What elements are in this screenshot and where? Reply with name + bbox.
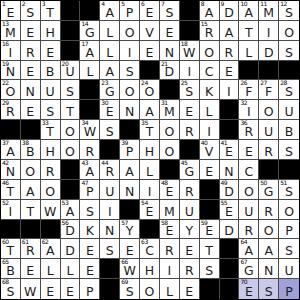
grid-cell-r11c13[interactable]: U (239, 200, 259, 220)
grid-cell-r8c3[interactable]: H (41, 140, 61, 160)
black-cell (120, 200, 140, 220)
grid-cell-r6c14[interactable]: O (259, 100, 279, 120)
grid-cell-r2c13[interactable]: T (239, 21, 259, 41)
cell-letter: U (279, 105, 299, 118)
grid-cell-r7c4[interactable]: O (61, 120, 81, 140)
cell-letter: E (21, 26, 40, 39)
cell-letter: T (41, 125, 60, 138)
black-cell (61, 21, 81, 41)
cell-letter: T (41, 6, 60, 19)
grid-cell-r13c2[interactable]: 61R (21, 239, 41, 259)
grid-cell-r2c15[interactable]: O (279, 21, 299, 41)
cell-letter: D (220, 6, 239, 19)
cell-letter: E (61, 285, 80, 298)
cell-letter: W (120, 264, 139, 277)
grid-cell-r6c11[interactable]: L (200, 100, 220, 120)
cell-letter: T (61, 105, 80, 118)
black-cell (220, 239, 240, 259)
grid-cell-r10c10[interactable]: R (180, 180, 200, 200)
grid-cell-r12c7[interactable]: 57Y (120, 220, 140, 240)
cell-letter: O (61, 125, 80, 138)
grid-cell-r7c8[interactable]: 35T (140, 120, 160, 140)
cell-letter: E (1, 6, 20, 19)
grid-cell-r1c14[interactable]: 11M (259, 1, 279, 21)
grid-cell-r5c11[interactable]: K (200, 80, 220, 100)
cell-letter: S (279, 244, 299, 257)
grid-cell-r14c11[interactable]: S (200, 259, 220, 279)
grid-cell-r10c1[interactable]: 46T (1, 180, 21, 200)
grid-cell-r11c8[interactable]: 54E (140, 200, 160, 220)
cell-letter: O (41, 185, 60, 198)
black-cell (21, 120, 41, 140)
grid-cell-r2c7[interactable]: O (120, 21, 140, 41)
cell-letter: E (160, 185, 179, 198)
black-cell (259, 160, 279, 180)
grid-cell-r12c15[interactable]: P (279, 220, 299, 240)
grid-cell-r8c4[interactable]: O (61, 140, 81, 160)
cell-letter: P (120, 6, 139, 19)
cell-letter: I (160, 264, 179, 277)
cell-letter: O (259, 224, 278, 237)
grid-cell-r3c9[interactable]: N (160, 41, 180, 61)
cell-letter: S (120, 285, 139, 298)
grid-cell-r2c2[interactable]: E (21, 21, 41, 41)
cell-letter: L (100, 46, 119, 59)
grid-cell-r4c3[interactable]: B (41, 61, 61, 81)
grid-cell-r15c10[interactable]: E (180, 279, 200, 299)
cell-letter: E (200, 165, 219, 178)
cell-letter: R (239, 224, 258, 237)
cell-letter: D (61, 244, 80, 257)
grid-cell-r11c3[interactable]: W (41, 200, 61, 220)
grid-cell-r9c6[interactable]: 44R (100, 160, 120, 180)
cell-letter: E (239, 145, 258, 158)
grid-cell-r13c10[interactable]: E (180, 239, 200, 259)
grid-cell-r15c15[interactable]: P (279, 279, 299, 299)
grid-cell-r12c12[interactable]: D (220, 220, 240, 240)
cell-letter: S (160, 6, 179, 19)
grid-cell-r7c3[interactable]: 33T (41, 120, 61, 140)
grid-cell-r12c10[interactable]: Y (180, 220, 200, 240)
cell-letter: A (80, 165, 99, 178)
grid-cell-r8c15[interactable]: S (279, 140, 299, 160)
cell-letter: O (120, 85, 139, 98)
grid-cell-r11c2[interactable]: T (21, 200, 41, 220)
cell-letter: P (279, 285, 299, 298)
cell-letter: S (100, 125, 119, 138)
grid-cell-r7c13[interactable]: 36R (239, 120, 259, 140)
grid-cell-r13c5[interactable]: E (80, 239, 100, 259)
grid-cell-r13c3[interactable]: 62A (41, 239, 61, 259)
grid-cell-r6c3[interactable]: S (41, 100, 61, 120)
cell-letter: O (259, 105, 278, 118)
grid-cell-r3c7[interactable]: I (120, 41, 140, 61)
grid-cell-r12c4[interactable]: 56D (61, 220, 81, 240)
grid-cell-r5c3[interactable]: U (41, 80, 61, 100)
grid-cell-r6c10[interactable]: E (180, 100, 200, 120)
grid-cell-r7c9[interactable]: O (160, 120, 180, 140)
grid-cell-r7c14[interactable]: U (259, 120, 279, 140)
cell-letter: G (80, 26, 99, 39)
grid-cell-r10c6[interactable]: U (100, 180, 120, 200)
cell-letter: B (1, 264, 20, 277)
grid-cell-r9c13[interactable]: C (239, 160, 259, 180)
cell-letter: H (140, 145, 159, 158)
grid-cell-r1c3[interactable]: 3T (41, 1, 61, 21)
grid-cell-r13c11[interactable]: T (200, 239, 220, 259)
cell-letter: B (41, 65, 60, 78)
cell-letter: L (100, 26, 119, 39)
cell-letter: B (279, 125, 299, 138)
grid-cell-r8c2[interactable]: 38B (21, 140, 41, 160)
grid-cell-r13c4[interactable]: D (61, 239, 81, 259)
grid-cell-r7c6[interactable]: S (100, 120, 120, 140)
cell-letter: T (21, 205, 40, 218)
grid-cell-r14c2[interactable]: E (21, 259, 41, 279)
grid-cell-r15c1[interactable]: 68S (1, 279, 21, 299)
grid-cell-r14c8[interactable]: H (140, 259, 160, 279)
grid-cell-r11c15[interactable]: O (279, 200, 299, 220)
grid-cell-r1c1[interactable]: 1E (1, 1, 21, 21)
cell-letter: E (160, 26, 179, 39)
cell-letter: A (100, 6, 119, 19)
black-cell (220, 100, 240, 120)
cell-letter: D (160, 65, 179, 78)
grid-cell-r6c6[interactable]: 30E (100, 100, 120, 120)
cell-letter: R (1, 105, 20, 118)
grid-cell-r5c15[interactable]: 28S (279, 80, 299, 100)
grid-cell-r6c4[interactable]: T (61, 100, 81, 120)
grid-cell-r12c11[interactable]: 59E (200, 220, 220, 240)
grid-cell-r9c8[interactable]: L (140, 160, 160, 180)
cell-letter: I (1, 205, 20, 218)
grid-cell-r8c12[interactable]: 41E (220, 140, 240, 160)
grid-cell-r2c11[interactable]: 15R (200, 21, 220, 41)
cell-letter: E (220, 65, 239, 78)
black-cell (180, 1, 200, 21)
grid-cell-r10c12[interactable]: 49D (220, 180, 240, 200)
grid-cell-r1c8[interactable]: 6E (140, 1, 160, 21)
grid-cell-r2c6[interactable]: L (100, 21, 120, 41)
black-cell (279, 61, 299, 81)
cell-letter: D (220, 185, 239, 198)
cell-letter: A (21, 185, 40, 198)
grid-cell-r1c6[interactable]: 4A (100, 1, 120, 21)
cell-letter: S (41, 105, 60, 118)
cell-letter: P (279, 224, 299, 237)
grid-cell-r15c13[interactable]: 70E (239, 279, 259, 299)
grid-cell-r13c8[interactable]: 63C (140, 239, 160, 259)
grid-cell-r15c4[interactable]: E (61, 279, 81, 299)
cell-letter: G (180, 165, 199, 178)
grid-cell-r9c11[interactable]: E (200, 160, 220, 180)
grid-cell-r12c6[interactable]: N (100, 220, 120, 240)
grid-cell-r2c3[interactable]: H (41, 21, 61, 41)
grid-cell-r6c13[interactable]: 32I (239, 100, 259, 120)
cell-letter: L (61, 264, 80, 277)
grid-cell-r6c9[interactable]: 31M (160, 100, 180, 120)
cell-letter: M (1, 26, 20, 39)
cell-letter: E (180, 244, 199, 257)
grid-cell-r1c13[interactable]: 10A (239, 1, 259, 21)
cell-letter: E (41, 285, 60, 298)
grid-cell-r5c10[interactable]: 25S (180, 80, 200, 100)
grid-cell-r3c5[interactable]: 17A (80, 41, 100, 61)
grid-cell-r13c15[interactable]: S (279, 239, 299, 259)
grid-cell-r10c2[interactable]: A (21, 180, 41, 200)
grid-cell-r3c11[interactable]: O (200, 41, 220, 61)
cell-letter: A (220, 26, 239, 39)
grid-cell-r8c8[interactable]: H (140, 140, 160, 160)
grid-cell-r6c1[interactable]: 29R (1, 100, 21, 120)
grid-cell-r15c2[interactable]: W (21, 279, 41, 299)
cell-letter: C (200, 65, 219, 78)
grid-cell-r13c14[interactable]: A (259, 239, 279, 259)
grid-cell-r15c3[interactable]: E (41, 279, 61, 299)
black-cell (220, 120, 240, 140)
grid-cell-r5c2[interactable]: N (21, 80, 41, 100)
grid-cell-r10c8[interactable]: I (140, 180, 160, 200)
grid-cell-r14c15[interactable]: U (279, 259, 299, 279)
cell-letter: O (120, 26, 139, 39)
cell-letter: E (21, 105, 40, 118)
grid-cell-r14c13[interactable]: 67G (239, 259, 259, 279)
grid-cell-r13c7[interactable]: E (120, 239, 140, 259)
grid-cell-r8c1[interactable]: 37A (1, 140, 21, 160)
cell-letter: N (1, 65, 20, 78)
black-cell (1, 120, 21, 140)
grid-cell-r10c3[interactable]: O (41, 180, 61, 200)
grid-cell-r4c10[interactable]: I (180, 61, 200, 81)
grid-cell-r4c9[interactable]: 21D (160, 61, 180, 81)
grid-cell-r3c6[interactable]: L (100, 41, 120, 61)
cell-letter: L (140, 165, 159, 178)
grid-cell-r8c7[interactable]: 39P (120, 140, 140, 160)
cell-letter: T (239, 26, 258, 39)
grid-cell-r14c10[interactable]: R (180, 259, 200, 279)
grid-cell-r13c13[interactable]: 64A (239, 239, 259, 259)
cell-letter: T (1, 185, 20, 198)
cell-letter: R (239, 125, 258, 138)
grid-cell-r10c9[interactable]: 48E (160, 180, 180, 200)
grid-cell-r9c1[interactable]: 42N (1, 160, 21, 180)
grid-cell-r1c7[interactable]: 5P (120, 1, 140, 21)
grid-cell-r3c13[interactable]: L (239, 41, 259, 61)
grid-cell-r12c13[interactable]: R (239, 220, 259, 240)
grid-cell-r2c1[interactable]: 13M (1, 21, 21, 41)
black-cell (200, 200, 220, 220)
cell-letter: I (140, 185, 159, 198)
grid-cell-r7c10[interactable]: R (180, 120, 200, 140)
grid-cell-r12c9[interactable]: 58E (160, 220, 180, 240)
grid-cell-r2c5[interactable]: 14G (80, 21, 100, 41)
cell-letter: K (80, 224, 99, 237)
cell-letter: E (200, 224, 219, 237)
cell-letter: O (239, 185, 258, 198)
grid-cell-r7c15[interactable]: B (279, 120, 299, 140)
crossword-board: 1E2S3T4A5P6E7S8A9D10A11M12S13MEH14GLOVE1… (0, 0, 300, 300)
grid-cell-r13c6[interactable]: S (100, 239, 120, 259)
grid-cell-r3c15[interactable]: S (279, 41, 299, 61)
grid-cell-r3c1[interactable]: 16I (1, 41, 21, 61)
grid-cell-r14c9[interactable]: I (160, 259, 180, 279)
grid-cell-r15c14[interactable]: S (259, 279, 279, 299)
grid-cell-r4c5[interactable]: L (80, 61, 100, 81)
grid-cell-r5c4[interactable]: S (61, 80, 81, 100)
grid-cell-r3c12[interactable]: R (220, 41, 240, 61)
cell-letter: A (259, 244, 278, 257)
grid-cell-r6c7[interactable]: N (120, 100, 140, 120)
grid-cell-r2c12[interactable]: A (220, 21, 240, 41)
grid-cell-r10c13[interactable]: O (239, 180, 259, 200)
grid-cell-r5c12[interactable]: I (220, 80, 240, 100)
grid-cell-r3c3[interactable]: E (41, 41, 61, 61)
grid-cell-r14c7[interactable]: 66W (120, 259, 140, 279)
cell-letter: Y (180, 224, 199, 237)
black-cell (100, 279, 120, 299)
grid-cell-r6c8[interactable]: A (140, 100, 160, 120)
cell-letter: B (21, 145, 40, 158)
grid-cell-r3c8[interactable]: E (140, 41, 160, 61)
grid-cell-r14c3[interactable]: L (41, 259, 61, 279)
grid-cell-r11c12[interactable]: 55E (220, 200, 240, 220)
grid-cell-r3c2[interactable]: R (21, 41, 41, 61)
black-cell (61, 41, 81, 61)
grid-cell-r2c8[interactable]: V (140, 21, 160, 41)
cell-letter: L (41, 264, 60, 277)
grid-cell-r14c5[interactable]: E (80, 259, 100, 279)
cell-letter: R (180, 125, 199, 138)
cell-letter: N (100, 224, 119, 237)
grid-cell-r13c1[interactable]: 60T (1, 239, 21, 259)
grid-cell-r5c13[interactable]: 26F (239, 80, 259, 100)
cell-letter: O (21, 165, 40, 178)
grid-cell-r9c5[interactable]: 43A (80, 160, 100, 180)
grid-cell-r9c10[interactable]: 45G (180, 160, 200, 180)
grid-cell-r2c9[interactable]: E (160, 21, 180, 41)
grid-cell-r8c13[interactable]: E (239, 140, 259, 160)
grid-cell-r10c15[interactable]: 51S (279, 180, 299, 200)
grid-cell-r10c7[interactable]: N (120, 180, 140, 200)
cell-letter: N (220, 165, 239, 178)
cell-letter: S (80, 205, 99, 218)
grid-cell-r9c3[interactable]: R (41, 160, 61, 180)
grid-cell-r14c1[interactable]: 65B (1, 259, 21, 279)
black-cell (100, 259, 120, 279)
cell-letter: E (80, 244, 99, 257)
cell-letter: O (140, 285, 159, 298)
grid-cell-r9c2[interactable]: O (21, 160, 41, 180)
grid-cell-r9c7[interactable]: A (120, 160, 140, 180)
grid-cell-r8c5[interactable]: R (80, 140, 100, 160)
black-cell (61, 160, 81, 180)
grid-cell-r11c6[interactable]: I (100, 200, 120, 220)
grid-cell-r4c4[interactable]: 20U (61, 61, 81, 81)
grid-cell-r10c14[interactable]: 50G (259, 180, 279, 200)
grid-cell-r7c11[interactable]: I (200, 120, 220, 140)
cell-letter: O (279, 205, 299, 218)
grid-cell-r1c9[interactable]: 7S (160, 1, 180, 21)
grid-cell-r8c14[interactable]: R (259, 140, 279, 160)
grid-cell-r5c7[interactable]: O (120, 80, 140, 100)
grid-cell-r11c14[interactable]: R (259, 200, 279, 220)
grid-cell-r12c14[interactable]: O (259, 220, 279, 240)
cell-letter: G (259, 185, 278, 198)
grid-cell-r11c4[interactable]: 53A (61, 200, 81, 220)
cell-letter: R (160, 244, 179, 257)
cell-letter: T (1, 244, 20, 257)
grid-cell-r13c9[interactable]: R (160, 239, 180, 259)
grid-cell-r4c1[interactable]: 19N (1, 61, 21, 81)
grid-cell-r4c12[interactable]: E (220, 61, 240, 81)
grid-cell-r4c11[interactable]: C (200, 61, 220, 81)
cell-letter: S (279, 85, 299, 98)
grid-cell-r11c10[interactable]: U (180, 200, 200, 220)
grid-cell-r6c2[interactable]: E (21, 100, 41, 120)
grid-cell-r8c9[interactable]: O (160, 140, 180, 160)
grid-cell-r4c7[interactable]: S (120, 61, 140, 81)
grid-cell-r5c6[interactable]: 23G (100, 80, 120, 100)
grid-cell-r4c6[interactable]: A (100, 61, 120, 81)
cell-letter: E (21, 65, 40, 78)
cell-letter: C (239, 165, 258, 178)
grid-cell-r10c5[interactable]: 47P (80, 180, 100, 200)
grid-cell-r15c9[interactable]: L (160, 279, 180, 299)
cell-letter: E (120, 244, 139, 257)
grid-cell-r14c4[interactable]: L (61, 259, 81, 279)
cell-letter: S (180, 85, 199, 98)
cell-letter: N (1, 165, 20, 178)
grid-cell-r2c14[interactable]: I (259, 21, 279, 41)
cell-letter: A (1, 145, 20, 158)
grid-cell-r1c2[interactable]: 2S (21, 1, 41, 21)
cell-letter: A (140, 105, 159, 118)
cell-letter: N (120, 105, 139, 118)
grid-cell-r6c15[interactable]: U (279, 100, 299, 120)
grid-cell-r15c8[interactable]: O (140, 279, 160, 299)
grid-cell-r1c12[interactable]: 9D (220, 1, 240, 21)
cell-letter: R (21, 46, 40, 59)
cell-letter: P (80, 285, 99, 298)
grid-cell-r3c10[interactable]: 18W (180, 41, 200, 61)
grid-cell-r15c5[interactable]: P (80, 279, 100, 299)
grid-cell-r11c1[interactable]: 52I (1, 200, 21, 220)
grid-cell-r11c9[interactable]: M (160, 200, 180, 220)
grid-cell-r5c8[interactable]: 24O (140, 80, 160, 100)
cell-letter: A (80, 46, 99, 59)
black-cell (120, 120, 140, 140)
grid-cell-r11c5[interactable]: S (80, 200, 100, 220)
cell-letter: O (140, 85, 159, 98)
grid-cell-r9c12[interactable]: N (220, 160, 240, 180)
grid-cell-r12c5[interactable]: K (80, 220, 100, 240)
cell-letter: M (160, 105, 179, 118)
grid-cell-r8c11[interactable]: 40V (200, 140, 220, 160)
cell-letter: W (41, 205, 60, 218)
grid-cell-r7c5[interactable]: 34W (80, 120, 100, 140)
grid-cell-r3c14[interactable]: D (259, 41, 279, 61)
grid-cell-r1c11[interactable]: 8A (200, 1, 220, 21)
grid-cell-r5c14[interactable]: 27F (259, 80, 279, 100)
grid-cell-r14c14[interactable]: N (259, 259, 279, 279)
cell-letter: T (140, 125, 159, 138)
grid-cell-r5c1[interactable]: 22O (1, 80, 21, 100)
grid-cell-r1c15[interactable]: 12S (279, 1, 299, 21)
grid-cell-r4c2[interactable]: E (21, 61, 41, 81)
grid-cell-r15c7[interactable]: 69S (120, 279, 140, 299)
cell-letter: E (180, 105, 199, 118)
black-cell (180, 21, 200, 41)
